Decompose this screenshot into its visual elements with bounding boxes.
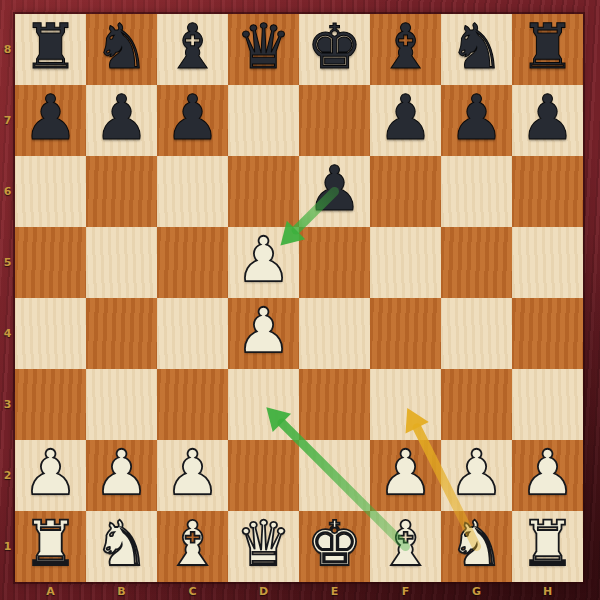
square-e3[interactable]: [299, 369, 370, 440]
square-d5[interactable]: ♟: [228, 227, 299, 298]
file-label-b: B: [86, 583, 157, 599]
square-g3[interactable]: [441, 369, 512, 440]
square-g7[interactable]: ♟: [441, 85, 512, 156]
piece-white-pawn[interactable]: ♟: [441, 437, 512, 508]
square-e6[interactable]: ♟: [299, 156, 370, 227]
square-f7[interactable]: ♟: [370, 85, 441, 156]
square-a2[interactable]: ♟: [15, 440, 86, 511]
rank-label-1: 1: [0, 511, 15, 582]
square-d7[interactable]: [228, 85, 299, 156]
square-f1[interactable]: ♝: [370, 511, 441, 582]
piece-white-rook[interactable]: ♜: [512, 508, 583, 579]
square-c2[interactable]: ♟: [157, 440, 228, 511]
piece-white-rook[interactable]: ♜: [15, 508, 86, 579]
piece-black-bishop[interactable]: ♝: [370, 11, 441, 82]
square-b7[interactable]: ♟: [86, 85, 157, 156]
piece-black-pawn[interactable]: ♟: [15, 82, 86, 153]
square-c5[interactable]: [157, 227, 228, 298]
square-f6[interactable]: [370, 156, 441, 227]
square-c1[interactable]: ♝: [157, 511, 228, 582]
square-c6[interactable]: [157, 156, 228, 227]
file-label-f: F: [370, 583, 441, 599]
square-h8[interactable]: ♜: [512, 14, 583, 85]
square-a4[interactable]: [15, 298, 86, 369]
file-label-c: C: [157, 583, 228, 599]
piece-white-bishop[interactable]: ♝: [370, 508, 441, 579]
square-c3[interactable]: [157, 369, 228, 440]
square-f4[interactable]: [370, 298, 441, 369]
file-label-d: D: [228, 583, 299, 599]
square-b1[interactable]: ♞: [86, 511, 157, 582]
square-h4[interactable]: [512, 298, 583, 369]
piece-black-knight[interactable]: ♞: [441, 11, 512, 82]
square-d6[interactable]: [228, 156, 299, 227]
square-a7[interactable]: ♟: [15, 85, 86, 156]
file-label-a: A: [15, 583, 86, 599]
square-e8[interactable]: ♚: [299, 14, 370, 85]
piece-white-knight[interactable]: ♞: [86, 508, 157, 579]
square-f8[interactable]: ♝: [370, 14, 441, 85]
square-a8[interactable]: ♜: [15, 14, 86, 85]
piece-black-queen[interactable]: ♛: [228, 11, 299, 82]
piece-white-pawn[interactable]: ♟: [157, 437, 228, 508]
piece-black-rook[interactable]: ♜: [15, 11, 86, 82]
rank-label-8: 8: [0, 14, 15, 85]
file-label-g: G: [441, 583, 512, 599]
square-c7[interactable]: ♟: [157, 85, 228, 156]
rank-label-6: 6: [0, 156, 15, 227]
square-g4[interactable]: [441, 298, 512, 369]
chess-board-frame: ♜♞♝♛♚♝♞♜♟♟♟♟♟♟♟♟♟♟♟♟♟♟♟♜♞♝♛♚♝♞♜ 87654321…: [0, 0, 600, 600]
square-a6[interactable]: [15, 156, 86, 227]
piece-white-bishop[interactable]: ♝: [157, 508, 228, 579]
rank-label-5: 5: [0, 227, 15, 298]
rank-label-4: 4: [0, 298, 15, 369]
piece-black-pawn[interactable]: ♟: [441, 82, 512, 153]
piece-black-pawn[interactable]: ♟: [370, 82, 441, 153]
square-b5[interactable]: [86, 227, 157, 298]
square-h2[interactable]: ♟: [512, 440, 583, 511]
piece-black-pawn[interactable]: ♟: [86, 82, 157, 153]
square-e4[interactable]: [299, 298, 370, 369]
square-b2[interactable]: ♟: [86, 440, 157, 511]
piece-black-bishop[interactable]: ♝: [157, 11, 228, 82]
file-label-h: H: [512, 583, 583, 599]
square-d2[interactable]: [228, 440, 299, 511]
piece-black-pawn[interactable]: ♟: [299, 153, 370, 224]
square-b4[interactable]: [86, 298, 157, 369]
square-a3[interactable]: [15, 369, 86, 440]
square-b3[interactable]: [86, 369, 157, 440]
rank-label-2: 2: [0, 440, 15, 511]
square-h6[interactable]: [512, 156, 583, 227]
square-h1[interactable]: ♜: [512, 511, 583, 582]
piece-white-knight[interactable]: ♞: [441, 508, 512, 579]
piece-white-pawn[interactable]: ♟: [512, 437, 583, 508]
square-d4[interactable]: ♟: [228, 298, 299, 369]
square-h7[interactable]: ♟: [512, 85, 583, 156]
square-d1[interactable]: ♛: [228, 511, 299, 582]
piece-white-pawn[interactable]: ♟: [15, 437, 86, 508]
square-d8[interactable]: ♛: [228, 14, 299, 85]
square-g8[interactable]: ♞: [441, 14, 512, 85]
square-c4[interactable]: [157, 298, 228, 369]
square-a5[interactable]: [15, 227, 86, 298]
square-e1[interactable]: ♚: [299, 511, 370, 582]
piece-white-pawn[interactable]: ♟: [370, 437, 441, 508]
square-f3[interactable]: [370, 369, 441, 440]
square-e2[interactable]: [299, 440, 370, 511]
square-e7[interactable]: [299, 85, 370, 156]
square-h5[interactable]: [512, 227, 583, 298]
chess-board: ♜♞♝♛♚♝♞♜♟♟♟♟♟♟♟♟♟♟♟♟♟♟♟♜♞♝♛♚♝♞♜: [15, 14, 583, 582]
square-e5[interactable]: [299, 227, 370, 298]
square-f2[interactable]: ♟: [370, 440, 441, 511]
piece-white-pawn[interactable]: ♟: [228, 224, 299, 295]
piece-white-pawn[interactable]: ♟: [228, 295, 299, 366]
square-g6[interactable]: [441, 156, 512, 227]
rank-label-7: 7: [0, 85, 15, 156]
square-b8[interactable]: ♞: [86, 14, 157, 85]
square-b6[interactable]: [86, 156, 157, 227]
square-g5[interactable]: [441, 227, 512, 298]
square-a1[interactable]: ♜: [15, 511, 86, 582]
piece-black-pawn[interactable]: ♟: [512, 82, 583, 153]
square-h3[interactable]: [512, 369, 583, 440]
square-c8[interactable]: ♝: [157, 14, 228, 85]
piece-black-pawn[interactable]: ♟: [157, 82, 228, 153]
square-g2[interactable]: ♟: [441, 440, 512, 511]
piece-black-knight[interactable]: ♞: [86, 11, 157, 82]
piece-white-pawn[interactable]: ♟: [86, 437, 157, 508]
rank-label-3: 3: [0, 369, 15, 440]
piece-black-king[interactable]: ♚: [299, 11, 370, 82]
file-label-e: E: [299, 583, 370, 599]
square-f5[interactable]: [370, 227, 441, 298]
square-d3[interactable]: [228, 369, 299, 440]
piece-white-king[interactable]: ♚: [299, 508, 370, 579]
piece-white-queen[interactable]: ♛: [228, 508, 299, 579]
piece-black-rook[interactable]: ♜: [512, 11, 583, 82]
square-g1[interactable]: ♞: [441, 511, 512, 582]
